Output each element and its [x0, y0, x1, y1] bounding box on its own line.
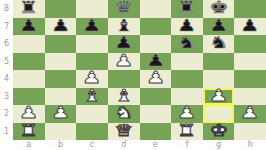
square-f2[interactable]: ♟	[171, 105, 203, 123]
white-pawn-g3[interactable]: ♟	[209, 88, 229, 105]
white-rook-a1[interactable]: ♜	[19, 123, 39, 140]
square-a4[interactable]	[13, 70, 45, 88]
square-a5[interactable]	[13, 53, 45, 71]
white-knight-d2[interactable]: ♞	[114, 106, 134, 123]
square-h5[interactable]	[234, 53, 266, 71]
white-pawn-f2[interactable]: ♟	[177, 106, 197, 123]
square-c2[interactable]	[76, 105, 108, 123]
black-pawn-e5[interactable]: ♟	[146, 53, 166, 70]
square-c8[interactable]	[76, 0, 108, 18]
square-e7[interactable]	[140, 18, 172, 36]
square-h6[interactable]	[234, 35, 266, 53]
rank-label-7: 7	[0, 18, 13, 36]
square-e4[interactable]: ♟	[140, 70, 172, 88]
white-rook-f1[interactable]: ♜	[177, 123, 197, 140]
rank-label-1: 1	[0, 123, 13, 141]
square-h7[interactable]: ♟	[234, 18, 266, 36]
square-e2[interactable]	[140, 105, 172, 123]
file-label-a: a	[13, 140, 45, 150]
square-g5[interactable]	[203, 53, 235, 71]
black-rook-a8[interactable]: ♜	[19, 1, 39, 18]
square-d4[interactable]	[108, 70, 140, 88]
black-pawn-a7[interactable]: ♟	[19, 18, 39, 35]
square-b4[interactable]	[45, 70, 77, 88]
square-e1[interactable]	[140, 123, 172, 141]
board[interactable]: ♜♛♜♚♟♟♟♝♟♟♟♟♞♞♟♟♟♟♝♝♟♟♟♞♟♟♜♛♜♚	[13, 0, 266, 140]
white-pawn-c4[interactable]: ♟	[82, 71, 102, 88]
square-f4[interactable]	[171, 70, 203, 88]
white-pawn-b2[interactable]: ♟	[51, 106, 71, 123]
square-h8[interactable]	[234, 0, 266, 18]
black-knight-g6[interactable]: ♞	[209, 36, 229, 53]
square-g4[interactable]	[203, 70, 235, 88]
square-d8[interactable]: ♛	[108, 0, 140, 18]
square-h2[interactable]: ♟	[234, 105, 266, 123]
black-pawn-d6[interactable]: ♟	[114, 36, 134, 53]
square-b8[interactable]	[45, 0, 77, 18]
file-label-c: c	[76, 140, 108, 150]
square-a6[interactable]	[13, 35, 45, 53]
black-rook-f8[interactable]: ♜	[177, 1, 197, 18]
white-bishop-d3[interactable]: ♝	[114, 88, 134, 105]
square-d5[interactable]: ♟	[108, 53, 140, 71]
black-knight-f6[interactable]: ♞	[177, 36, 197, 53]
square-f5[interactable]	[171, 53, 203, 71]
white-pawn-d5[interactable]: ♟	[114, 53, 134, 70]
square-c4[interactable]: ♟	[76, 70, 108, 88]
square-c1[interactable]	[76, 123, 108, 141]
black-queen-d8[interactable]: ♛	[114, 1, 134, 18]
white-pawn-e4[interactable]: ♟	[146, 71, 166, 88]
rank-label-5: 5	[0, 53, 13, 71]
file-label-g: g	[203, 140, 235, 150]
white-queen-d1[interactable]: ♛	[114, 123, 134, 140]
square-d6[interactable]: ♟	[108, 35, 140, 53]
square-h4[interactable]	[234, 70, 266, 88]
black-pawn-b7[interactable]: ♟	[51, 18, 71, 35]
square-a1[interactable]: ♜	[13, 123, 45, 141]
square-b1[interactable]	[45, 123, 77, 141]
square-e6[interactable]	[140, 35, 172, 53]
file-label-f: f	[171, 140, 203, 150]
square-c7[interactable]: ♟	[76, 18, 108, 36]
file-label-h: h	[234, 140, 266, 150]
square-c3[interactable]: ♝	[76, 88, 108, 106]
black-pawn-h7[interactable]: ♟	[240, 18, 260, 35]
white-king-g1[interactable]: ♚	[209, 123, 229, 140]
black-bishop-d7[interactable]: ♝	[114, 18, 134, 35]
rank-label-6: 6	[0, 35, 13, 53]
square-b7[interactable]: ♟	[45, 18, 77, 36]
square-e3[interactable]	[140, 88, 172, 106]
black-king-g8[interactable]: ♚	[209, 1, 229, 18]
square-d2[interactable]: ♞	[108, 105, 140, 123]
file-label-b: b	[45, 140, 77, 150]
file-label-d: d	[108, 140, 140, 150]
square-a8[interactable]: ♜	[13, 0, 45, 18]
rank-labels: 87654321	[0, 0, 13, 140]
square-h1[interactable]	[234, 123, 266, 141]
chess-board-panel: 87654321 ♜♛♜♚♟♟♟♝♟♟♟♟♞♞♟♟♟♟♝♝♟♟♟♞♟♟♜♛♜♚ …	[0, 0, 266, 150]
file-label-e: e	[140, 140, 172, 150]
square-a2[interactable]: ♟	[13, 105, 45, 123]
black-pawn-g7[interactable]: ♟	[209, 18, 229, 35]
square-b5[interactable]	[45, 53, 77, 71]
black-pawn-f7[interactable]: ♟	[177, 18, 197, 35]
square-g1[interactable]: ♚	[203, 123, 235, 141]
square-f8[interactable]: ♜	[171, 0, 203, 18]
rank-label-8: 8	[0, 0, 13, 18]
rank-label-2: 2	[0, 105, 13, 123]
square-d1[interactable]: ♛	[108, 123, 140, 141]
white-bishop-c3[interactable]: ♝	[82, 88, 102, 105]
black-pawn-c7[interactable]: ♟	[82, 18, 102, 35]
square-e8[interactable]	[140, 0, 172, 18]
rank-label-4: 4	[0, 70, 13, 88]
square-c6[interactable]	[76, 35, 108, 53]
square-g3[interactable]: ♟	[203, 88, 235, 106]
square-a7[interactable]: ♟	[13, 18, 45, 36]
square-f6[interactable]: ♞	[171, 35, 203, 53]
square-g2[interactable]	[203, 105, 235, 123]
square-b6[interactable]	[45, 35, 77, 53]
square-f1[interactable]: ♜	[171, 123, 203, 141]
square-g8[interactable]: ♚	[203, 0, 235, 18]
square-b2[interactable]: ♟	[45, 105, 77, 123]
square-g6[interactable]: ♞	[203, 35, 235, 53]
rank-label-3: 3	[0, 88, 13, 106]
white-pawn-a2[interactable]: ♟	[19, 106, 39, 123]
file-labels: abcdefgh	[13, 140, 266, 150]
white-pawn-h2[interactable]: ♟	[240, 106, 260, 123]
